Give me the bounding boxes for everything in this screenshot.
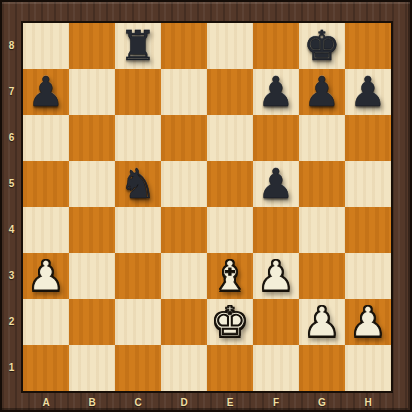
chess-board: ♜♚♟♟♟♟♞♟♟♝♟♚♟♟ [21,21,393,393]
square-h8[interactable] [345,23,391,69]
square-f5[interactable]: ♟ [253,161,299,207]
square-b6[interactable] [69,115,115,161]
black-king[interactable]: ♚ [299,23,345,69]
rank-label-8: 8 [2,23,21,69]
square-e3[interactable]: ♝ [207,253,253,299]
square-b5[interactable] [69,161,115,207]
square-h6[interactable] [345,115,391,161]
rank-label-6: 6 [2,115,21,161]
square-f7[interactable]: ♟ [253,69,299,115]
square-e4[interactable] [207,207,253,253]
file-label-b: B [69,393,115,412]
square-b4[interactable] [69,207,115,253]
square-d5[interactable] [161,161,207,207]
square-f3[interactable]: ♟ [253,253,299,299]
square-c3[interactable] [115,253,161,299]
square-d6[interactable] [161,115,207,161]
black-rook[interactable]: ♜ [115,23,161,69]
file-label-e: E [207,393,253,412]
square-h4[interactable] [345,207,391,253]
square-a5[interactable] [23,161,69,207]
file-label-g: G [299,393,345,412]
square-c1[interactable] [115,345,161,391]
black-pawn[interactable]: ♟ [345,69,391,115]
square-c2[interactable] [115,299,161,345]
square-g6[interactable] [299,115,345,161]
square-f2[interactable] [253,299,299,345]
rank-label-2: 2 [2,299,21,345]
black-pawn[interactable]: ♟ [23,69,69,115]
white-pawn[interactable]: ♟ [299,299,345,345]
square-e5[interactable] [207,161,253,207]
rank-label-7: 7 [2,69,21,115]
square-d8[interactable] [161,23,207,69]
square-h1[interactable] [345,345,391,391]
square-e7[interactable] [207,69,253,115]
rank-label-3: 3 [2,253,21,299]
square-d2[interactable] [161,299,207,345]
square-f4[interactable] [253,207,299,253]
square-c7[interactable] [115,69,161,115]
square-g1[interactable] [299,345,345,391]
file-label-c: C [115,393,161,412]
square-g4[interactable] [299,207,345,253]
square-a4[interactable] [23,207,69,253]
square-d4[interactable] [161,207,207,253]
square-f6[interactable] [253,115,299,161]
square-c8[interactable]: ♜ [115,23,161,69]
square-c6[interactable] [115,115,161,161]
square-a6[interactable] [23,115,69,161]
square-d1[interactable] [161,345,207,391]
board-frame: ♜♚♟♟♟♟♞♟♟♝♟♚♟♟ 87654321ABCDEFGH [0,0,412,412]
white-pawn[interactable]: ♟ [23,253,69,299]
square-e2[interactable]: ♚ [207,299,253,345]
square-d3[interactable] [161,253,207,299]
square-e8[interactable] [207,23,253,69]
file-label-d: D [161,393,207,412]
white-king[interactable]: ♚ [207,299,253,345]
white-bishop[interactable]: ♝ [207,253,253,299]
square-h7[interactable]: ♟ [345,69,391,115]
rank-label-1: 1 [2,345,21,391]
square-b8[interactable] [69,23,115,69]
rank-label-4: 4 [2,207,21,253]
square-a3[interactable]: ♟ [23,253,69,299]
square-h2[interactable]: ♟ [345,299,391,345]
square-f1[interactable] [253,345,299,391]
black-pawn[interactable]: ♟ [253,69,299,115]
square-a8[interactable] [23,23,69,69]
white-pawn[interactable]: ♟ [345,299,391,345]
square-b3[interactable] [69,253,115,299]
square-c5[interactable]: ♞ [115,161,161,207]
square-g8[interactable]: ♚ [299,23,345,69]
square-b1[interactable] [69,345,115,391]
square-e6[interactable] [207,115,253,161]
square-e1[interactable] [207,345,253,391]
square-a2[interactable] [23,299,69,345]
file-label-h: H [345,393,391,412]
square-g3[interactable] [299,253,345,299]
square-a7[interactable]: ♟ [23,69,69,115]
white-pawn[interactable]: ♟ [253,253,299,299]
square-h3[interactable] [345,253,391,299]
black-knight[interactable]: ♞ [115,161,161,207]
black-pawn[interactable]: ♟ [253,161,299,207]
square-d7[interactable] [161,69,207,115]
square-h5[interactable] [345,161,391,207]
rank-label-5: 5 [2,161,21,207]
square-g5[interactable] [299,161,345,207]
square-a1[interactable] [23,345,69,391]
square-b2[interactable] [69,299,115,345]
square-g7[interactable]: ♟ [299,69,345,115]
file-label-f: F [253,393,299,412]
square-f8[interactable] [253,23,299,69]
square-g2[interactable]: ♟ [299,299,345,345]
black-pawn[interactable]: ♟ [299,69,345,115]
square-b7[interactable] [69,69,115,115]
file-label-a: A [23,393,69,412]
square-c4[interactable] [115,207,161,253]
